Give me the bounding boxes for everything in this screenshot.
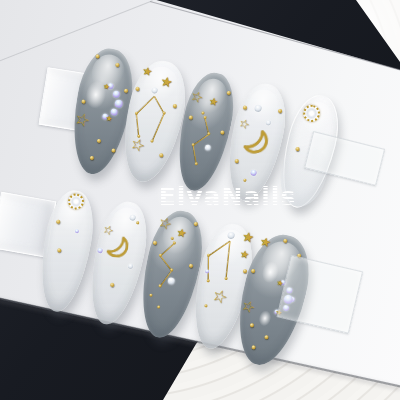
gold-stud <box>189 263 194 268</box>
gold-stud <box>249 323 254 328</box>
constellation-line <box>136 96 155 114</box>
rhinestone <box>129 214 136 221</box>
gold-stud <box>278 109 283 114</box>
gold-bead <box>170 237 174 241</box>
flower-charm-icon <box>301 103 322 124</box>
constellation-line <box>151 113 164 141</box>
star-icon: ★ <box>160 74 174 89</box>
gold-stud <box>251 269 256 274</box>
gold-stud <box>264 335 269 340</box>
star-icon: ★ <box>208 96 219 108</box>
rhinestone <box>167 277 175 285</box>
gold-stud <box>220 130 225 135</box>
gold-stud <box>283 238 288 243</box>
gold-stud <box>124 89 129 94</box>
rhinestone <box>75 229 80 234</box>
gold-bead <box>173 241 177 245</box>
gold-stud <box>193 222 198 227</box>
gold-stud <box>90 156 95 161</box>
gold-bead <box>207 132 211 136</box>
rhinestone <box>254 104 262 112</box>
watermark: ElvaNails <box>140 182 315 211</box>
gold-bead <box>149 293 153 297</box>
open-star-icon: ☆ <box>210 286 231 308</box>
gold-stud <box>57 248 62 253</box>
gold-bead <box>170 268 174 272</box>
star-icon: ★ <box>239 249 250 261</box>
star-icon: ★ <box>176 227 188 240</box>
flower-charm-icon <box>67 192 86 211</box>
star-icon: ★ <box>141 65 153 78</box>
gold-stud <box>135 87 140 92</box>
gold-bead <box>194 162 198 166</box>
gold-stud <box>188 115 193 120</box>
gold-bead <box>158 284 162 288</box>
rhinestone <box>114 99 123 108</box>
gold-stud <box>115 63 120 68</box>
open-star-icon: ☆ <box>72 109 93 130</box>
gold-stud <box>56 219 61 224</box>
rhinestone <box>128 263 134 269</box>
open-star-icon: ☆ <box>128 135 148 155</box>
gold-bead <box>157 305 161 309</box>
star-icon: ★ <box>241 230 255 245</box>
gold-bead <box>204 304 208 308</box>
gold-bead <box>203 116 207 120</box>
rhinestone <box>97 248 103 254</box>
gold-stud <box>234 159 239 164</box>
star-icon: ★ <box>259 235 272 249</box>
photo-canvas: ★ ★ ☆ ★ ★ ☆ ☆ ★ <box>0 0 400 400</box>
gold-bead <box>207 253 211 257</box>
gloss-highlight <box>257 309 273 327</box>
gold-bead <box>191 143 195 147</box>
gold-stud <box>226 91 231 96</box>
star-icon: ★ <box>103 83 110 91</box>
gold-bead <box>136 221 140 225</box>
gold-stud <box>243 105 248 110</box>
gold-stud <box>97 139 102 144</box>
open-star-icon: ☆ <box>189 88 206 106</box>
moon-icon <box>105 235 132 262</box>
gold-stud <box>159 153 164 158</box>
gold-stud <box>153 240 158 245</box>
star-icon: ★ <box>105 115 112 123</box>
rhinestone <box>265 120 271 126</box>
open-star-icon: ☆ <box>156 214 174 233</box>
rhinestone <box>204 144 211 151</box>
open-star-icon: ☆ <box>239 297 258 316</box>
rhinestone <box>151 87 158 94</box>
gold-bead <box>135 111 139 115</box>
rhinestone <box>250 169 257 176</box>
rhinestone <box>227 231 235 239</box>
gold-stud <box>95 54 100 59</box>
gold-stud <box>111 148 116 153</box>
gold-stud <box>110 283 115 288</box>
constellation-line <box>225 241 230 279</box>
gold-bead <box>162 111 166 115</box>
gold-bead <box>206 279 210 283</box>
rhinestone <box>112 90 120 98</box>
gold-stud <box>251 345 256 350</box>
nail-set-group: ★ ★ ☆ ★ ★ ☆ ☆ ★ <box>13 28 400 400</box>
gold-stud <box>172 104 177 109</box>
gold-bead <box>150 139 154 143</box>
gold-bead <box>224 277 228 281</box>
gold-bead <box>201 111 205 115</box>
